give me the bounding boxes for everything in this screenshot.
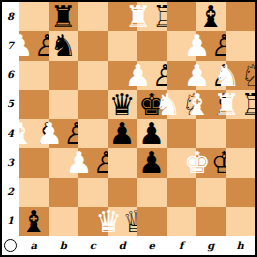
square-h3[interactable] xyxy=(226,148,256,177)
piece-white-pawn[interactable]: ♟♙ xyxy=(78,148,108,177)
black-piece-glyph: ♜ xyxy=(50,2,77,31)
black-piece-glyph: ♟ xyxy=(138,148,165,177)
square-g2[interactable] xyxy=(196,178,226,207)
white-piece-fill: ♟ xyxy=(66,148,93,177)
white-piece-fill: ♞ xyxy=(154,90,181,119)
square-e7[interactable] xyxy=(137,31,167,60)
square-a8[interactable] xyxy=(19,2,49,31)
square-h1[interactable] xyxy=(226,207,256,236)
square-a1[interactable]: ♝ xyxy=(19,207,49,236)
piece-white-knight[interactable]: ♞♘ xyxy=(226,61,256,90)
square-h2[interactable] xyxy=(226,178,256,207)
white-piece-fill: ♟ xyxy=(36,119,63,148)
piece-white-pawn[interactable]: ♟♙ xyxy=(19,31,49,60)
piece-black-pawn[interactable]: ♟ xyxy=(137,119,167,148)
square-a5[interactable] xyxy=(19,90,49,119)
square-f1[interactable] xyxy=(167,207,197,236)
piece-white-pawn[interactable]: ♟♙ xyxy=(196,31,226,60)
piece-white-rook[interactable]: ♜♖ xyxy=(226,90,256,119)
square-f4[interactable] xyxy=(167,119,197,148)
white-piece-fill: ♝ xyxy=(184,90,211,119)
chess-diagram: 8♜♜♖♝7♟♙♞♟♙6♟♙♟♙♞♘5♛♚♞♘♝♗♜♖4♝♗♟♙♟♟3♟♙♟♚♔… xyxy=(0,0,257,257)
rank-label-2: 2 xyxy=(2,178,19,207)
black-piece-glyph: ♞ xyxy=(50,31,77,60)
piece-black-bishop[interactable]: ♝ xyxy=(196,2,226,31)
white-piece-fill: ♚ xyxy=(184,148,211,177)
square-b1[interactable] xyxy=(49,207,79,236)
square-e2[interactable] xyxy=(137,178,167,207)
square-c7[interactable] xyxy=(78,31,108,60)
file-label-h: h xyxy=(226,236,256,255)
piece-black-knight[interactable]: ♞ xyxy=(49,31,79,60)
square-h4[interactable] xyxy=(226,119,256,148)
rank-label-3: 3 xyxy=(2,148,19,177)
square-d1[interactable]: ♛♕ xyxy=(108,207,138,236)
square-b6[interactable] xyxy=(49,61,79,90)
piece-white-rook[interactable]: ♜♖ xyxy=(137,2,167,31)
square-h6[interactable]: ♞♘ xyxy=(226,61,256,90)
piece-black-rook[interactable]: ♜ xyxy=(49,2,79,31)
white-piece-fill: ♛ xyxy=(95,207,122,236)
rank-label-8: 8 xyxy=(2,2,19,31)
square-b7[interactable]: ♞ xyxy=(49,31,79,60)
rank-label-5: 5 xyxy=(2,90,19,119)
rank-label-6: 6 xyxy=(2,61,19,90)
white-piece-fill: ♟ xyxy=(184,61,211,90)
square-b8[interactable]: ♜ xyxy=(49,2,79,31)
white-piece-fill: ♜ xyxy=(125,2,152,31)
black-piece-glyph: ♝ xyxy=(20,207,47,236)
file-label-b: b xyxy=(49,236,79,255)
square-g3[interactable]: ♚♔ xyxy=(196,148,226,177)
white-piece-fill: ♟ xyxy=(184,31,211,60)
file-label-g: g xyxy=(196,236,226,255)
piece-black-queen[interactable]: ♛ xyxy=(108,90,138,119)
square-e8[interactable]: ♜♖ xyxy=(137,2,167,31)
square-f2[interactable] xyxy=(167,178,197,207)
square-a3[interactable] xyxy=(19,148,49,177)
square-b5[interactable] xyxy=(49,90,79,119)
square-e1[interactable] xyxy=(137,207,167,236)
white-piece-fill: ♞ xyxy=(213,61,240,90)
white-piece-fill: ♝ xyxy=(7,119,34,148)
piece-black-pawn[interactable]: ♟ xyxy=(137,148,167,177)
side-to-move-indicator xyxy=(4,239,17,252)
square-d7[interactable] xyxy=(108,31,138,60)
square-h7[interactable] xyxy=(226,31,256,60)
chess-board: 8♜♜♖♝7♟♙♞♟♙6♟♙♟♙♞♘5♛♚♞♘♝♗♜♖4♝♗♟♙♟♟3♟♙♟♚♔… xyxy=(2,2,255,255)
square-c2[interactable] xyxy=(78,178,108,207)
square-f8[interactable] xyxy=(167,2,197,31)
white-piece-outline: ♘ xyxy=(240,61,257,90)
square-b4[interactable]: ♟♙ xyxy=(49,119,79,148)
black-piece-glyph: ♟ xyxy=(109,119,136,148)
square-g7[interactable]: ♟♙ xyxy=(196,31,226,60)
square-c4[interactable] xyxy=(78,119,108,148)
square-a6[interactable] xyxy=(19,61,49,90)
square-d4[interactable]: ♟ xyxy=(108,119,138,148)
white-piece-fill: ♟ xyxy=(125,61,152,90)
square-h8[interactable] xyxy=(226,2,256,31)
square-g8[interactable]: ♝ xyxy=(196,2,226,31)
square-d2[interactable] xyxy=(108,178,138,207)
square-c6[interactable] xyxy=(78,61,108,90)
square-e4[interactable]: ♟ xyxy=(137,119,167,148)
file-label-f: f xyxy=(167,236,197,255)
square-a2[interactable] xyxy=(19,178,49,207)
black-piece-glyph: ♛ xyxy=(109,90,136,119)
piece-black-pawn[interactable]: ♟ xyxy=(108,119,138,148)
square-e6[interactable]: ♟♙ xyxy=(137,61,167,90)
indicator-cell xyxy=(2,236,19,255)
piece-white-king[interactable]: ♚♔ xyxy=(196,148,226,177)
rank-label-1: 1 xyxy=(2,207,19,236)
piece-white-pawn[interactable]: ♟♙ xyxy=(49,119,79,148)
square-a7[interactable]: ♟♙ xyxy=(19,31,49,60)
piece-black-bishop[interactable]: ♝ xyxy=(19,207,49,236)
square-c5[interactable] xyxy=(78,90,108,119)
white-piece-outline: ♖ xyxy=(240,90,257,119)
square-b2[interactable] xyxy=(49,178,79,207)
square-h5[interactable]: ♜♖ xyxy=(226,90,256,119)
black-piece-glyph: ♝ xyxy=(197,2,224,31)
square-g4[interactable] xyxy=(196,119,226,148)
white-piece-fill: ♟ xyxy=(7,31,34,60)
square-c3[interactable]: ♟♙ xyxy=(78,148,108,177)
white-piece-fill: ♜ xyxy=(213,90,240,119)
square-d3[interactable] xyxy=(108,148,138,177)
square-g1[interactable] xyxy=(196,207,226,236)
square-c8[interactable] xyxy=(78,2,108,31)
piece-white-queen[interactable]: ♛♕ xyxy=(108,207,138,236)
piece-white-pawn[interactable]: ♟♙ xyxy=(137,61,167,90)
black-piece-glyph: ♟ xyxy=(138,119,165,148)
square-d5[interactable]: ♛ xyxy=(108,90,138,119)
square-e3[interactable]: ♟ xyxy=(137,148,167,177)
